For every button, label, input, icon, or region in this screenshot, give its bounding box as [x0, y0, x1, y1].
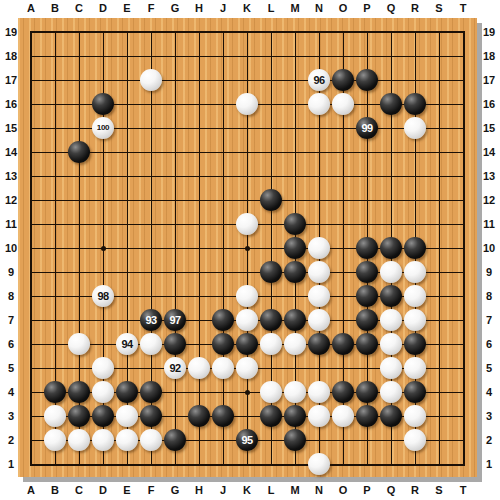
coord-label: S [427, 483, 451, 497]
stone-black [68, 381, 90, 403]
stone-white [68, 429, 90, 451]
stone-white [236, 285, 258, 307]
stone-black: 93 [140, 309, 162, 331]
stone-black [284, 405, 306, 427]
stone-black [212, 405, 234, 427]
stone-black [92, 93, 114, 115]
coord-label: E [115, 1, 139, 15]
stone-white [308, 261, 330, 283]
stone-white [404, 261, 426, 283]
stone-black [236, 333, 258, 355]
move-number-label: 93 [145, 315, 156, 326]
stone-white [284, 333, 306, 355]
stone-white [308, 309, 330, 331]
stone-white [260, 333, 282, 355]
coord-label: A [19, 483, 43, 497]
coord-label: D [91, 483, 115, 497]
coord-label: 1 [478, 457, 500, 471]
stone-black [284, 237, 306, 259]
stone-white [308, 285, 330, 307]
coord-label: E [115, 483, 139, 497]
stone-white: 92 [164, 357, 186, 379]
stone-black: 97 [164, 309, 186, 331]
coord-label: 4 [478, 385, 500, 399]
stone-white [140, 333, 162, 355]
stone-white [380, 381, 402, 403]
coord-label: C [67, 1, 91, 15]
stone-white [404, 405, 426, 427]
coord-label: M [283, 483, 307, 497]
stone-black [404, 93, 426, 115]
stone-white [404, 285, 426, 307]
coord-label: 12 [478, 193, 500, 207]
move-number-label: 98 [97, 291, 108, 302]
stone-white [308, 93, 330, 115]
coord-label: N [307, 483, 331, 497]
coord-label: P [355, 1, 379, 15]
stone-black [284, 213, 306, 235]
coord-label: N [307, 1, 331, 15]
stone-black [92, 405, 114, 427]
coord-label: S [427, 1, 451, 15]
coord-label: 5 [478, 361, 500, 375]
coord-label: T [451, 1, 475, 15]
stone-white [140, 69, 162, 91]
stone-white [236, 93, 258, 115]
coord-label: 6 [478, 337, 500, 351]
stone-black [116, 381, 138, 403]
coord-label: 2 [478, 433, 500, 447]
coord-label: J [211, 483, 235, 497]
coord-label: 19 [478, 25, 500, 39]
stone-black [404, 381, 426, 403]
stone-black [356, 285, 378, 307]
stone-white [236, 357, 258, 379]
coord-label: K [235, 1, 259, 15]
stone-white [380, 333, 402, 355]
stone-white [380, 309, 402, 331]
stone-black [356, 333, 378, 355]
coord-label: 8 [478, 289, 500, 303]
stone-black [356, 261, 378, 283]
stone-white: 94 [116, 333, 138, 355]
stone-white [188, 357, 210, 379]
stone-white [140, 429, 162, 451]
go-game-screen: ABCDEFGHJKLMNOPQRST ABCDEFGHJKLMNOPQRST … [0, 0, 500, 500]
stone-black [284, 261, 306, 283]
stone-white [212, 357, 234, 379]
stone-black [332, 333, 354, 355]
stone-black [68, 405, 90, 427]
move-number-label: 95 [241, 435, 252, 446]
move-number-label: 97 [169, 315, 180, 326]
stone-black [188, 405, 210, 427]
stone-black [140, 405, 162, 427]
coord-label: G [163, 1, 187, 15]
stone-black [404, 333, 426, 355]
coord-label: P [355, 483, 379, 497]
stone-black [212, 309, 234, 331]
stones-layer: 9610099989397949295 [19, 20, 475, 476]
coord-label: 3 [478, 409, 500, 423]
stone-black [164, 333, 186, 355]
coord-label: F [139, 1, 163, 15]
coord-label: 11 [478, 217, 500, 231]
coord-label: L [259, 483, 283, 497]
coord-label: B [43, 483, 67, 497]
stone-black: 99 [356, 117, 378, 139]
coord-label: H [187, 1, 211, 15]
coord-label: Q [379, 483, 403, 497]
stone-black [212, 333, 234, 355]
stone-white [236, 213, 258, 235]
stone-black [140, 381, 162, 403]
stone-black: 95 [236, 429, 258, 451]
coord-label: O [331, 483, 355, 497]
coord-label: Q [379, 1, 403, 15]
coord-label: R [403, 1, 427, 15]
stone-white [308, 237, 330, 259]
coord-label: 13 [478, 169, 500, 183]
stone-white [44, 405, 66, 427]
stone-black [284, 309, 306, 331]
stone-black [380, 237, 402, 259]
stone-white [404, 357, 426, 379]
stone-black [356, 381, 378, 403]
coord-label: R [403, 483, 427, 497]
coord-label: J [211, 1, 235, 15]
move-number-label: 94 [121, 339, 132, 350]
move-number-label: 96 [313, 75, 324, 86]
stone-white: 96 [308, 69, 330, 91]
coord-label: L [259, 1, 283, 15]
stone-white: 98 [92, 285, 114, 307]
stone-black [404, 237, 426, 259]
coord-label: 7 [478, 313, 500, 327]
coord-label: 10 [478, 241, 500, 255]
coord-label: D [91, 1, 115, 15]
coord-label: G [163, 483, 187, 497]
stone-white [380, 357, 402, 379]
coord-label: H [187, 483, 211, 497]
stone-white [92, 357, 114, 379]
stone-white [44, 429, 66, 451]
coord-label: 17 [478, 73, 500, 87]
coord-label: 15 [478, 121, 500, 135]
stone-white [116, 405, 138, 427]
stone-black [356, 309, 378, 331]
coord-label: C [67, 483, 91, 497]
stone-black [260, 189, 282, 211]
move-number-label: 99 [361, 123, 372, 134]
stone-black [308, 333, 330, 355]
stone-black [356, 69, 378, 91]
coord-label: A [19, 1, 43, 15]
stone-white [116, 429, 138, 451]
stone-white [236, 309, 258, 331]
stone-white [308, 381, 330, 403]
stone-black [260, 309, 282, 331]
move-number-label: 100 [97, 124, 109, 132]
stone-white [308, 453, 330, 475]
stone-white [404, 117, 426, 139]
coord-label: O [331, 1, 355, 15]
go-board[interactable]: 9610099989397949295 [18, 18, 477, 477]
coord-label: B [43, 1, 67, 15]
stone-black [380, 93, 402, 115]
stone-white [308, 405, 330, 427]
stone-white [380, 261, 402, 283]
stone-black [44, 381, 66, 403]
stone-white [284, 381, 306, 403]
stone-white [404, 429, 426, 451]
coord-label: 16 [478, 97, 500, 111]
stone-black [356, 405, 378, 427]
stone-black [284, 429, 306, 451]
stone-black [380, 405, 402, 427]
stone-black [164, 429, 186, 451]
stone-black [380, 285, 402, 307]
coord-label: T [451, 483, 475, 497]
coord-label: 14 [478, 145, 500, 159]
stone-black [260, 261, 282, 283]
stone-white [92, 381, 114, 403]
stone-white: 100 [92, 117, 114, 139]
stone-black [332, 381, 354, 403]
coord-label: K [235, 483, 259, 497]
stone-white [404, 309, 426, 331]
coord-label: F [139, 483, 163, 497]
stone-white [260, 381, 282, 403]
coord-label: 18 [478, 49, 500, 63]
stone-white [332, 93, 354, 115]
stone-white [332, 405, 354, 427]
stone-black [68, 141, 90, 163]
stone-white [92, 429, 114, 451]
stone-black [356, 237, 378, 259]
stone-black [332, 69, 354, 91]
coord-label: 9 [478, 265, 500, 279]
coord-label: M [283, 1, 307, 15]
move-number-label: 92 [169, 363, 180, 374]
stone-black [260, 405, 282, 427]
stone-white [68, 333, 90, 355]
